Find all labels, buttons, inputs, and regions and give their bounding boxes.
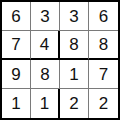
cell-r3c2[interactable]: 8 <box>31 60 60 89</box>
cell-r2c3[interactable]: 8 <box>60 31 89 60</box>
cell-r2c2[interactable]: 4 <box>31 31 60 60</box>
cell-r4c1[interactable]: 1 <box>2 89 31 118</box>
cell-r4c4[interactable]: 2 <box>89 89 118 118</box>
puzzle-board: 6 3 3 6 7 4 8 8 9 8 1 7 1 1 2 2 <box>0 0 120 120</box>
puzzle-grid: 6 3 3 6 7 4 8 8 9 8 1 7 1 1 2 2 <box>2 2 118 118</box>
cell-r1c4[interactable]: 6 <box>89 2 118 31</box>
cell-r4c3[interactable]: 2 <box>60 89 89 118</box>
cell-r4c2[interactable]: 1 <box>31 89 60 118</box>
cell-r1c3[interactable]: 3 <box>60 2 89 31</box>
cell-r1c1[interactable]: 6 <box>2 2 31 31</box>
cell-r3c3[interactable]: 1 <box>60 60 89 89</box>
cell-r2c4[interactable]: 8 <box>89 31 118 60</box>
cell-r2c1[interactable]: 7 <box>2 31 31 60</box>
cell-r3c1[interactable]: 9 <box>2 60 31 89</box>
cell-r1c2[interactable]: 3 <box>31 2 60 31</box>
cell-r3c4[interactable]: 7 <box>89 60 118 89</box>
